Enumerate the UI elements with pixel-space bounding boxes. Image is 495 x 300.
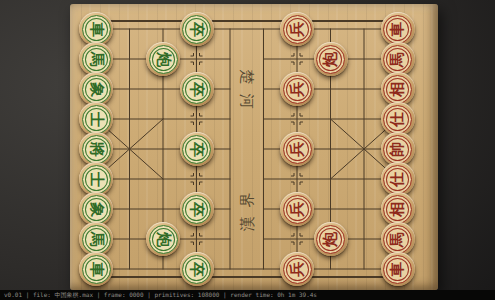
- piece-red-soldier[interactable]: 兵: [280, 132, 314, 166]
- piece-green-general[interactable]: 將: [79, 132, 113, 166]
- piece-face: 馬: [383, 45, 412, 74]
- piece-face: 炮: [149, 45, 178, 74]
- piece-character: 將: [89, 142, 104, 157]
- piece-character: 卒: [189, 202, 204, 217]
- piece-face: 兵: [283, 75, 312, 104]
- piece-face: 相: [383, 75, 412, 104]
- piece-face: 炮: [149, 225, 178, 254]
- piece-red-cannon[interactable]: 炮: [314, 222, 348, 256]
- piece-face: 士: [82, 165, 111, 194]
- piece-character: 馬: [89, 232, 104, 247]
- piece-face: 兵: [283, 195, 312, 224]
- piece-character: 炮: [156, 232, 171, 247]
- piece-character: 相: [390, 202, 405, 217]
- piece-face: 卒: [182, 15, 211, 44]
- render-viewport: 楚 河 界 漢 車馬象士將士象馬車炮炮卒卒卒卒卒兵兵兵兵兵炮炮車馬相仕帥仕相馬車…: [0, 0, 495, 300]
- xiangqi-board: 楚 河 界 漢 車馬象士將士象馬車炮炮卒卒卒卒卒兵兵兵兵兵炮炮車馬相仕帥仕相馬車: [70, 4, 438, 290]
- piece-green-soldier[interactable]: 卒: [180, 132, 214, 166]
- piece-character: 車: [390, 22, 405, 37]
- piece-red-chariot[interactable]: 車: [381, 12, 415, 46]
- piece-character: 車: [89, 22, 104, 37]
- piece-green-elephant[interactable]: 象: [79, 72, 113, 106]
- piece-character: 士: [89, 112, 104, 127]
- piece-face: 兵: [283, 255, 312, 284]
- piece-character: 兵: [290, 262, 305, 277]
- piece-character: 兵: [290, 82, 305, 97]
- piece-character: 兵: [290, 202, 305, 217]
- piece-character: 卒: [189, 142, 204, 157]
- piece-red-soldier[interactable]: 兵: [280, 12, 314, 46]
- piece-face: 馬: [383, 225, 412, 254]
- piece-character: 車: [89, 262, 104, 277]
- piece-green-elephant[interactable]: 象: [79, 192, 113, 226]
- status-bar: v0.01 | file: 中国象棋.max | frame: 0000 | p…: [0, 290, 495, 300]
- piece-face: 將: [82, 135, 111, 164]
- piece-face: 象: [82, 75, 111, 104]
- piece-character: 炮: [323, 52, 338, 67]
- piece-green-horse[interactable]: 馬: [79, 42, 113, 76]
- status-bar-text: v0.01 | file: 中国象棋.max | frame: 0000 | p…: [0, 290, 317, 300]
- piece-red-horse[interactable]: 馬: [381, 42, 415, 76]
- piece-red-horse[interactable]: 馬: [381, 222, 415, 256]
- river-text-chu: 楚: [236, 66, 258, 88]
- piece-face: 炮: [316, 225, 345, 254]
- piece-face: 車: [383, 15, 412, 44]
- piece-face: 馬: [82, 45, 111, 74]
- piece-character: 卒: [189, 22, 204, 37]
- piece-green-advisor[interactable]: 士: [79, 102, 113, 136]
- piece-face: 兵: [283, 135, 312, 164]
- piece-face: 炮: [316, 45, 345, 74]
- piece-red-soldier[interactable]: 兵: [280, 72, 314, 106]
- piece-face: 相: [383, 195, 412, 224]
- river-text-jie: 界: [236, 189, 258, 211]
- piece-face: 車: [82, 255, 111, 284]
- piece-face: 車: [383, 255, 412, 284]
- piece-face: 馬: [82, 225, 111, 254]
- piece-character: 帥: [390, 142, 405, 157]
- piece-character: 馬: [89, 52, 104, 67]
- piece-character: 馬: [390, 232, 405, 247]
- piece-red-cannon[interactable]: 炮: [314, 42, 348, 76]
- piece-green-soldier[interactable]: 卒: [180, 72, 214, 106]
- piece-character: 卒: [189, 262, 204, 277]
- piece-green-chariot[interactable]: 車: [79, 12, 113, 46]
- piece-character: 仕: [390, 112, 405, 127]
- piece-green-soldier[interactable]: 卒: [180, 12, 214, 46]
- piece-face: 卒: [182, 75, 211, 104]
- piece-red-soldier[interactable]: 兵: [280, 252, 314, 286]
- piece-green-soldier[interactable]: 卒: [180, 252, 214, 286]
- piece-character: 馬: [390, 52, 405, 67]
- piece-character: 兵: [290, 142, 305, 157]
- piece-green-soldier[interactable]: 卒: [180, 192, 214, 226]
- piece-face: 仕: [383, 105, 412, 134]
- piece-red-soldier[interactable]: 兵: [280, 192, 314, 226]
- piece-face: 卒: [182, 195, 211, 224]
- piece-face: 卒: [182, 255, 211, 284]
- piece-character: 仕: [390, 172, 405, 187]
- piece-character: 車: [390, 262, 405, 277]
- piece-green-cannon[interactable]: 炮: [146, 222, 180, 256]
- piece-face: 象: [82, 195, 111, 224]
- piece-character: 相: [390, 82, 405, 97]
- piece-red-elephant[interactable]: 相: [381, 72, 415, 106]
- piece-character: 士: [89, 172, 104, 187]
- river-text-han: 漢: [236, 213, 258, 235]
- piece-green-chariot[interactable]: 車: [79, 252, 113, 286]
- piece-red-chariot[interactable]: 車: [381, 252, 415, 286]
- river-text-he: 河: [236, 90, 258, 112]
- piece-face: 帥: [383, 135, 412, 164]
- piece-red-advisor[interactable]: 仕: [381, 162, 415, 196]
- piece-character: 卒: [189, 82, 204, 97]
- piece-character: 象: [89, 82, 104, 97]
- piece-red-advisor[interactable]: 仕: [381, 102, 415, 136]
- piece-green-cannon[interactable]: 炮: [146, 42, 180, 76]
- piece-character: 兵: [290, 22, 305, 37]
- piece-character: 炮: [323, 232, 338, 247]
- piece-green-advisor[interactable]: 士: [79, 162, 113, 196]
- piece-red-elephant[interactable]: 相: [381, 192, 415, 226]
- piece-face: 卒: [182, 135, 211, 164]
- piece-face: 仕: [383, 165, 412, 194]
- piece-face: 車: [82, 15, 111, 44]
- piece-character: 象: [89, 202, 104, 217]
- piece-face: 兵: [283, 15, 312, 44]
- piece-face: 士: [82, 105, 111, 134]
- piece-character: 炮: [156, 52, 171, 67]
- piece-green-horse[interactable]: 馬: [79, 222, 113, 256]
- piece-red-general[interactable]: 帥: [381, 132, 415, 166]
